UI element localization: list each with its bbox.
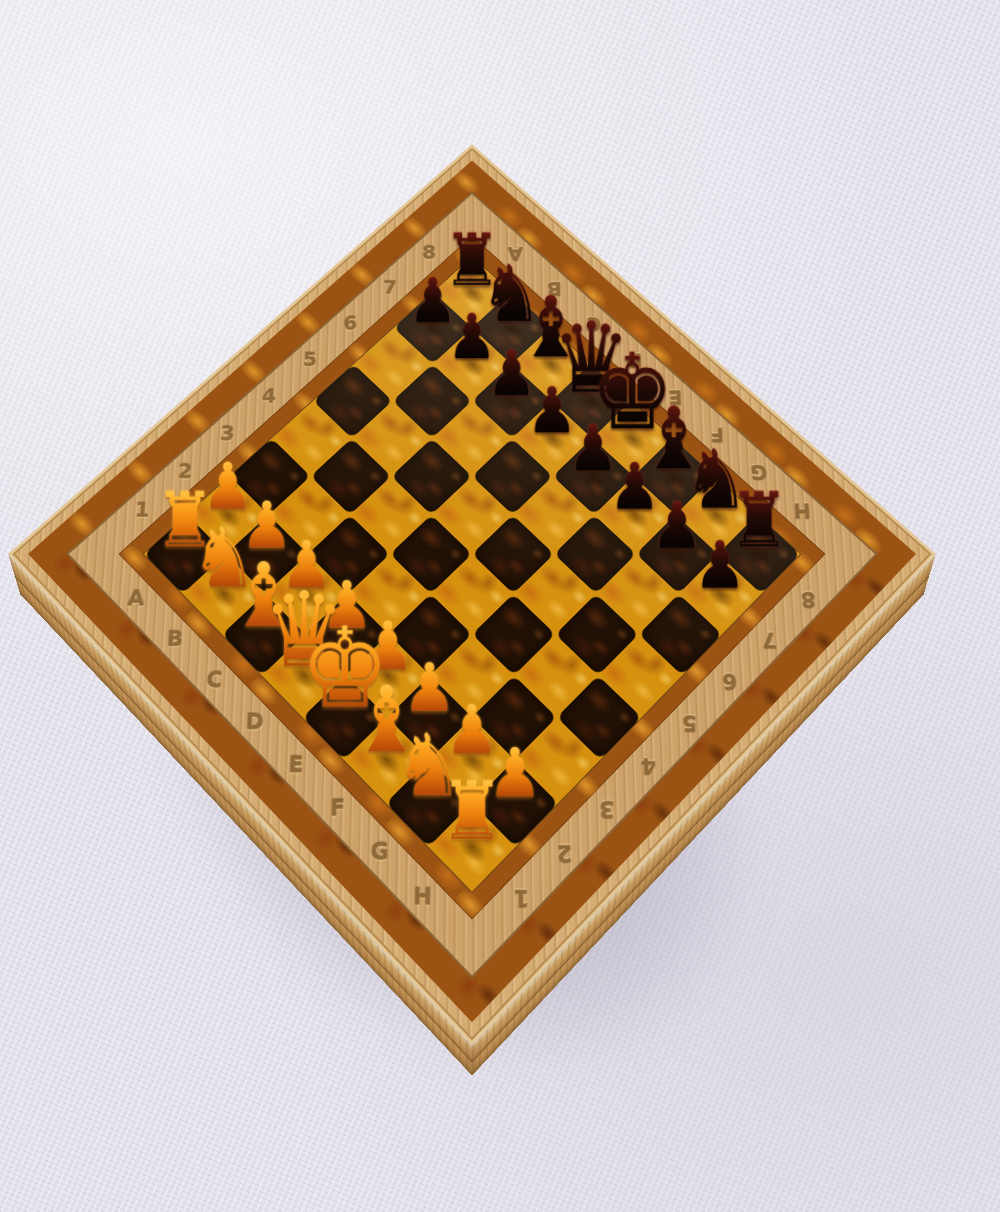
rank-label-3-near-text: 3	[219, 423, 234, 445]
photo-backdrop: AA11BB22CC33DD44EE55FF66GG77HH88 ♜♞♝♛♚♝♞…	[0, 0, 1000, 1212]
amber-rook-icon: ♜	[440, 771, 505, 852]
file-label-a-far-text: A	[507, 243, 522, 263]
file-label-c-far-text: C	[586, 313, 601, 334]
rank-label-2-near-text: 2	[177, 460, 193, 482]
scene: AA11BB22CC33DD44EE55FF66GG77HH88 ♜♞♝♛♚♝♞…	[144, 226, 800, 882]
rank-label-8-near-text: 8	[422, 243, 436, 263]
file-label-f-far-text: F	[709, 423, 724, 445]
rank-label-6-near-text: 6	[343, 313, 357, 334]
rank-label-1-near-text: 1	[134, 499, 150, 522]
file-label-d-far-text: D	[626, 349, 643, 370]
file-label-g-far-text: G	[750, 460, 768, 482]
rank-label-7-near-text: 7	[383, 278, 397, 299]
file-label-b-far-text: B	[547, 278, 563, 299]
rank-label-4-near-text: 4	[261, 386, 276, 408]
file-label-h-far-text: H	[793, 499, 812, 522]
file-label-e-far-text: E	[668, 386, 683, 408]
rank-label-5-near-text: 5	[302, 349, 317, 370]
cherry-pawn-icon: ♟	[694, 532, 746, 597]
